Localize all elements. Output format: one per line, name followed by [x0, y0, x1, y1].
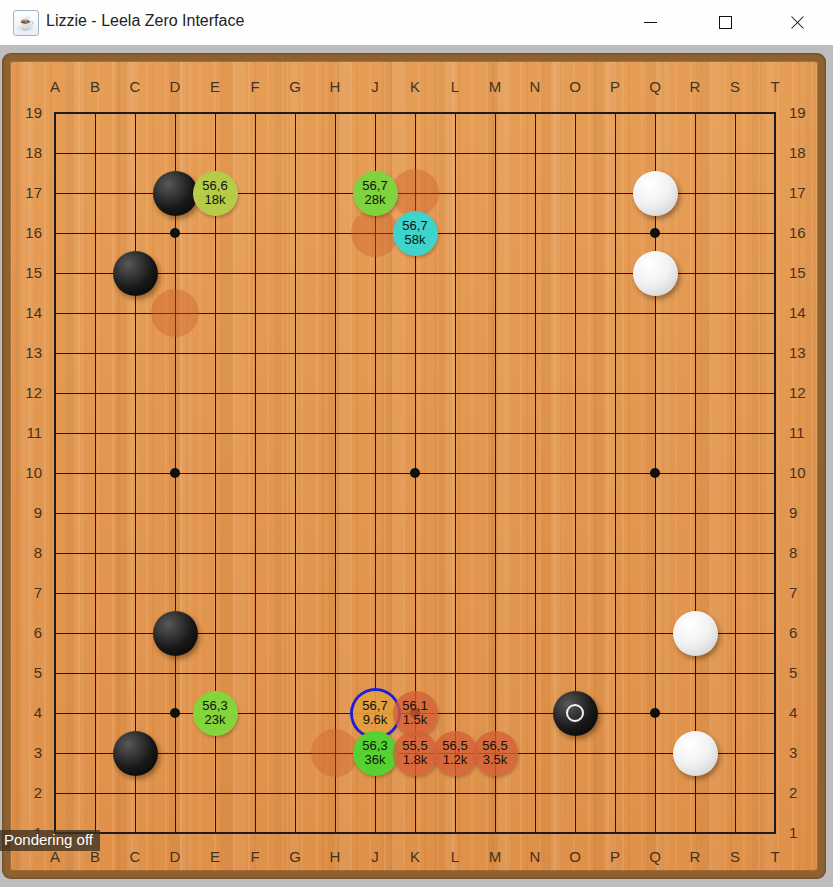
coordinate-label: D — [160, 848, 190, 866]
analysis-move[interactable]: 56,53.5k — [473, 731, 518, 776]
coordinate-label: G — [280, 78, 310, 96]
coordinate-label: M — [480, 848, 510, 866]
analysis-move[interactable]: 56,11.5k — [393, 691, 438, 736]
coordinate-label: 13 — [789, 344, 827, 362]
visits-value: 36k — [365, 753, 386, 767]
winrate-value: 55,5 — [402, 739, 427, 753]
coordinate-label: 18 — [4, 144, 42, 162]
white-stone — [673, 731, 718, 776]
winrate-value: 56,5 — [482, 739, 507, 753]
coordinate-label: 16 — [4, 224, 42, 242]
grid-line — [54, 513, 776, 514]
visits-value: 9.6k — [363, 713, 388, 727]
winrate-value: 56,1 — [402, 699, 427, 713]
coordinate-label: P — [600, 848, 630, 866]
coordinate-label: 10 — [4, 464, 42, 482]
winrate-value: 56,3 — [362, 739, 387, 753]
black-stone — [153, 611, 198, 656]
coordinate-label: K — [400, 78, 430, 96]
grid-line — [54, 673, 776, 674]
coordinate-label: 18 — [789, 144, 827, 162]
coordinate-label: 19 — [4, 104, 42, 122]
coordinate-label: D — [160, 78, 190, 96]
visits-value: 58k — [405, 233, 426, 247]
visits-value: 1.5k — [403, 713, 428, 727]
black-stone — [553, 691, 598, 736]
ghost-move-circle[interactable] — [311, 729, 359, 777]
grid-line — [54, 553, 776, 554]
coordinate-label: J — [360, 848, 390, 866]
winrate-value: 56,7 — [362, 699, 387, 713]
white-stone — [673, 611, 718, 656]
coordinate-label: 7 — [4, 584, 42, 602]
coordinate-label: Q — [640, 78, 670, 96]
coordinate-label: T — [760, 848, 790, 866]
coordinate-label: 6 — [789, 624, 827, 642]
winrate-value: 56,5 — [442, 739, 467, 753]
visits-value: 1.2k — [443, 753, 468, 767]
coordinate-label: 5 — [789, 664, 827, 682]
star-point — [170, 708, 180, 718]
coordinate-label: J — [360, 78, 390, 96]
grid-line — [615, 112, 616, 834]
titlebar: ☕ Lizzie - Leela Zero Interface — [0, 0, 833, 45]
grid-line — [455, 112, 456, 834]
pondering-status: Pondering off — [0, 830, 100, 851]
winrate-value: 56,6 — [202, 179, 227, 193]
coordinate-label: E — [200, 848, 230, 866]
coordinate-label: R — [680, 848, 710, 866]
coordinate-label: 14 — [4, 304, 42, 322]
coordinate-label: 9 — [789, 504, 827, 522]
coordinate-label: 2 — [789, 784, 827, 802]
white-stone — [633, 171, 678, 216]
coordinate-label: P — [600, 78, 630, 96]
analysis-move[interactable]: 55,51.8k — [393, 731, 438, 776]
coordinate-label: E — [200, 78, 230, 96]
grid-line — [495, 112, 496, 834]
minimize-button[interactable] — [627, 0, 673, 45]
coordinate-label: Q — [640, 848, 670, 866]
star-point — [650, 228, 660, 238]
coordinate-label: 8 — [4, 544, 42, 562]
analysis-move[interactable]: 56,79.6k — [353, 691, 398, 736]
coordinate-label: 17 — [4, 184, 42, 202]
black-stone — [113, 731, 158, 776]
white-stone — [633, 251, 678, 296]
coordinate-label: H — [320, 848, 350, 866]
coordinate-label: N — [520, 78, 550, 96]
visits-value: 18k — [205, 193, 226, 207]
grid-line — [535, 112, 536, 834]
minimize-icon — [644, 22, 657, 23]
grid-line — [735, 112, 736, 834]
coordinate-label: 12 — [789, 384, 827, 402]
visits-value: 28k — [365, 193, 386, 207]
coordinate-label: L — [440, 78, 470, 96]
coordinate-label: 15 — [4, 264, 42, 282]
analysis-move[interactable]: 56,51.2k — [433, 731, 478, 776]
coordinate-label: 2 — [4, 784, 42, 802]
app-window: ☕ Lizzie - Leela Zero Interface AABBCCDD… — [0, 0, 833, 887]
visits-value: 1.8k — [403, 753, 428, 767]
visits-value: 3.5k — [483, 753, 508, 767]
star-point — [170, 468, 180, 478]
star-point — [650, 468, 660, 478]
grid-line — [54, 593, 776, 594]
coordinate-label: 4 — [4, 704, 42, 722]
coordinate-label: 3 — [789, 744, 827, 762]
coordinate-label: C — [120, 78, 150, 96]
analysis-move[interactable]: 56,336k — [353, 731, 398, 776]
coordinate-label: S — [720, 78, 750, 96]
coordinate-label: 14 — [789, 304, 827, 322]
grid-line — [54, 832, 776, 834]
coordinate-label: 6 — [4, 624, 42, 642]
coordinate-label: A — [40, 78, 70, 96]
star-point — [650, 708, 660, 718]
analysis-move[interactable]: 56,758k — [393, 211, 438, 256]
close-icon — [790, 15, 805, 30]
analysis-move[interactable]: 56,728k — [353, 171, 398, 216]
coordinate-label: O — [560, 78, 590, 96]
coordinate-label: T — [760, 78, 790, 96]
coordinate-label: 11 — [789, 424, 827, 442]
coordinate-label: 11 — [4, 424, 42, 442]
coordinate-label: 13 — [4, 344, 42, 362]
coordinate-label: 9 — [4, 504, 42, 522]
coordinate-label: L — [440, 848, 470, 866]
ghost-move-circle[interactable] — [391, 169, 439, 217]
grid-line — [54, 793, 776, 794]
coordinate-label: N — [520, 848, 550, 866]
ghost-move-circle[interactable] — [351, 209, 399, 257]
last-move-marker — [566, 704, 584, 722]
grid-line — [774, 112, 776, 834]
coordinate-label: 15 — [789, 264, 827, 282]
star-point — [410, 468, 420, 478]
coordinate-label: 12 — [4, 384, 42, 402]
coordinate-label: 10 — [789, 464, 827, 482]
coordinate-label: 8 — [789, 544, 827, 562]
winrate-value: 56,3 — [202, 699, 227, 713]
maximize-button[interactable] — [702, 0, 748, 45]
winrate-value: 56,7 — [402, 219, 427, 233]
coordinate-label: F — [240, 848, 270, 866]
java-coffee-cup-icon: ☕ — [13, 10, 39, 36]
grid-line — [695, 112, 696, 834]
coordinate-label: B — [80, 78, 110, 96]
close-button[interactable] — [774, 0, 820, 45]
black-stone — [153, 171, 198, 216]
black-stone — [113, 251, 158, 296]
coordinate-label: C — [120, 848, 150, 866]
coordinate-label: H — [320, 78, 350, 96]
coordinate-label: 19 — [789, 104, 827, 122]
coordinate-label: 4 — [789, 704, 827, 722]
coordinate-label: R — [680, 78, 710, 96]
coordinate-label: M — [480, 78, 510, 96]
coordinate-label: 1 — [789, 824, 827, 842]
star-point — [170, 228, 180, 238]
coordinate-label: 3 — [4, 744, 42, 762]
coordinate-label: K — [400, 848, 430, 866]
ghost-move-circle[interactable] — [151, 289, 199, 337]
coordinate-label: 16 — [789, 224, 827, 242]
coordinate-label: G — [280, 848, 310, 866]
analysis-move[interactable]: 56,323k — [193, 691, 238, 736]
winrate-value: 56,7 — [362, 179, 387, 193]
coordinate-label: 7 — [789, 584, 827, 602]
coordinate-label: O — [560, 848, 590, 866]
coordinate-label: 17 — [789, 184, 827, 202]
coordinate-label: F — [240, 78, 270, 96]
coordinate-label: S — [720, 848, 750, 866]
visits-value: 23k — [205, 713, 226, 727]
analysis-move[interactable]: 56,618k — [193, 171, 238, 216]
window-title: Lizzie - Leela Zero Interface — [46, 12, 244, 30]
maximize-icon — [719, 16, 732, 29]
coordinate-label: 5 — [4, 664, 42, 682]
